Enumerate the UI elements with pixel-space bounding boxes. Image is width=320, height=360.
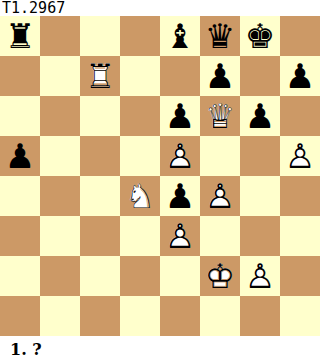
square-c4[interactable] — [80, 176, 120, 216]
square-a3[interactable] — [0, 216, 40, 256]
square-e4[interactable]: ♟ — [160, 176, 200, 216]
square-f1[interactable] — [200, 296, 240, 336]
white-pawn: ♟♙ — [160, 136, 200, 176]
square-e8[interactable]: ♝ — [160, 16, 200, 56]
white-pawn: ♟♙ — [280, 136, 320, 176]
square-d2[interactable] — [120, 256, 160, 296]
puzzle-title: T1.2967 — [0, 0, 320, 16]
square-h4[interactable] — [280, 176, 320, 216]
square-a1[interactable] — [0, 296, 40, 336]
square-f3[interactable] — [200, 216, 240, 256]
square-d6[interactable] — [120, 96, 160, 136]
square-b8[interactable] — [40, 16, 80, 56]
square-b7[interactable] — [40, 56, 80, 96]
black-bishop: ♝ — [160, 16, 200, 56]
black-queen: ♛ — [200, 16, 240, 56]
square-g2[interactable]: ♟♙ — [240, 256, 280, 296]
square-g5[interactable] — [240, 136, 280, 176]
chess-board: ♜♝♛♚♜♖♟♟♟♛♕♟♟♟♙♟♙♞♘♟♟♙♟♙♚♔♟♙ — [0, 16, 320, 336]
black-pawn: ♟ — [200, 56, 240, 96]
square-a8[interactable]: ♜ — [0, 16, 40, 56]
black-pawn: ♟ — [240, 96, 280, 136]
square-b6[interactable] — [40, 96, 80, 136]
square-e3[interactable]: ♟♙ — [160, 216, 200, 256]
square-g6[interactable]: ♟ — [240, 96, 280, 136]
square-h8[interactable] — [280, 16, 320, 56]
square-d4[interactable]: ♞♘ — [120, 176, 160, 216]
white-pawn: ♟♙ — [160, 216, 200, 256]
square-g8[interactable]: ♚ — [240, 16, 280, 56]
black-pawn: ♟ — [280, 56, 320, 96]
square-a5[interactable]: ♟ — [0, 136, 40, 176]
square-a6[interactable] — [0, 96, 40, 136]
white-king: ♚♔ — [200, 256, 240, 296]
square-f2[interactable]: ♚♔ — [200, 256, 240, 296]
move-prompt: 1. ? — [0, 336, 320, 360]
black-pawn: ♟ — [160, 96, 200, 136]
square-a2[interactable] — [0, 256, 40, 296]
black-rook: ♜ — [0, 16, 40, 56]
square-f8[interactable]: ♛ — [200, 16, 240, 56]
square-a4[interactable] — [0, 176, 40, 216]
black-pawn: ♟ — [160, 176, 200, 216]
square-d5[interactable] — [120, 136, 160, 176]
square-f4[interactable]: ♟♙ — [200, 176, 240, 216]
square-h1[interactable] — [280, 296, 320, 336]
square-c3[interactable] — [80, 216, 120, 256]
square-h5[interactable]: ♟♙ — [280, 136, 320, 176]
square-f6[interactable]: ♛♕ — [200, 96, 240, 136]
square-h3[interactable] — [280, 216, 320, 256]
chess-puzzle-window: T1.2967 ♜♝♛♚♜♖♟♟♟♛♕♟♟♟♙♟♙♞♘♟♟♙♟♙♚♔♟♙ 1. … — [0, 0, 320, 360]
square-c7[interactable]: ♜♖ — [80, 56, 120, 96]
square-b4[interactable] — [40, 176, 80, 216]
square-b5[interactable] — [40, 136, 80, 176]
square-g1[interactable] — [240, 296, 280, 336]
square-c8[interactable] — [80, 16, 120, 56]
square-e7[interactable] — [160, 56, 200, 96]
square-b3[interactable] — [40, 216, 80, 256]
white-pawn: ♟♙ — [200, 176, 240, 216]
square-b2[interactable] — [40, 256, 80, 296]
square-d8[interactable] — [120, 16, 160, 56]
square-e6[interactable]: ♟ — [160, 96, 200, 136]
white-pawn: ♟♙ — [240, 256, 280, 296]
square-c1[interactable] — [80, 296, 120, 336]
square-c2[interactable] — [80, 256, 120, 296]
square-a7[interactable] — [0, 56, 40, 96]
square-c5[interactable] — [80, 136, 120, 176]
square-e1[interactable] — [160, 296, 200, 336]
square-g3[interactable] — [240, 216, 280, 256]
square-f5[interactable] — [200, 136, 240, 176]
white-queen: ♛♕ — [200, 96, 240, 136]
square-h6[interactable] — [280, 96, 320, 136]
black-pawn: ♟ — [0, 136, 40, 176]
square-d1[interactable] — [120, 296, 160, 336]
square-h2[interactable] — [280, 256, 320, 296]
square-e5[interactable]: ♟♙ — [160, 136, 200, 176]
square-d3[interactable] — [120, 216, 160, 256]
square-g7[interactable] — [240, 56, 280, 96]
square-h7[interactable]: ♟ — [280, 56, 320, 96]
square-b1[interactable] — [40, 296, 80, 336]
square-e2[interactable] — [160, 256, 200, 296]
white-knight: ♞♘ — [120, 176, 160, 216]
white-rook: ♜♖ — [80, 56, 120, 96]
square-d7[interactable] — [120, 56, 160, 96]
square-g4[interactable] — [240, 176, 280, 216]
black-king: ♚ — [240, 16, 280, 56]
square-c6[interactable] — [80, 96, 120, 136]
square-f7[interactable]: ♟ — [200, 56, 240, 96]
